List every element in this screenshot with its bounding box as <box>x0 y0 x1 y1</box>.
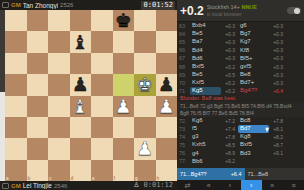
player-name-top[interactable]: Tan Zhongyi <box>23 2 58 9</box>
black-move[interactable]: Kf8 <box>238 47 269 55</box>
player-rating-bottom: 2546 <box>54 183 67 189</box>
move-number: 72 <box>179 118 190 124</box>
black-move[interactable]: Bg7 <box>238 30 269 38</box>
square-b8[interactable] <box>27 10 49 31</box>
played-move-button[interactable]: 71...Bg4?? +6.4 <box>177 168 245 180</box>
black-move[interactable]: Bg4?? <box>238 87 269 95</box>
square-d2[interactable] <box>70 138 92 159</box>
move-number: 71 <box>179 88 190 94</box>
square-b2[interactable] <box>27 138 49 159</box>
coord-file-h: h <box>157 177 160 182</box>
move-row: 74g3+7.8Kg8+8.2 <box>177 133 304 141</box>
move-row: 73f5+7.4Bd7+8.1 <box>177 125 304 133</box>
move-eval: +8.7 <box>269 142 286 148</box>
square-h2[interactable] <box>156 138 178 159</box>
white-bishop[interactable]: ♝ <box>72 96 89 115</box>
played-move-label: 71...Bg4?? <box>180 171 207 177</box>
move-row: 63Bxb4+0.3g6+0.3 <box>177 22 304 30</box>
nnue-badge: NNUE <box>241 4 257 10</box>
white-pawn-icon: ♙ <box>133 182 139 189</box>
square-g6[interactable] <box>134 53 156 74</box>
played-move-eval: +6.4 <box>231 171 242 177</box>
move-row: 72Kg6+7.2Bc8+7.8 <box>177 117 304 125</box>
best-move-label: 71...Be8 <box>248 171 269 177</box>
move-eval: +0.3 <box>221 47 238 53</box>
move-number: 73 <box>179 126 190 132</box>
square-a3[interactable] <box>5 117 27 138</box>
square-h5[interactable]: ♟ <box>156 74 178 95</box>
black-bishop[interactable]: ♝ <box>72 32 89 51</box>
move-number: 63 <box>179 23 190 29</box>
square-a6[interactable] <box>5 53 27 74</box>
move-eval: +0.3 <box>221 23 238 29</box>
square-g4[interactable] <box>134 96 156 117</box>
tv-icon <box>2 2 9 8</box>
analysis-panel: +0.2 Stockfish 14+ NNUE in local browser… <box>177 0 304 190</box>
move-eval: +0.3 <box>221 31 238 37</box>
square-d3[interactable] <box>70 117 92 138</box>
square-d4[interactable]: ♝ <box>70 96 92 117</box>
square-a4[interactable] <box>5 96 27 117</box>
square-e3[interactable] <box>91 117 113 138</box>
white-move[interactable]: Kxh5 <box>190 141 221 149</box>
move-eval: +0.2 <box>221 88 238 94</box>
square-c5[interactable] <box>48 74 70 95</box>
move-row: 76g4+8.9Bd3+9.1 <box>177 149 304 157</box>
move-eval: +7.4 <box>221 126 238 132</box>
black-king[interactable]: ♚ <box>115 11 132 30</box>
move-number: 70 <box>179 80 190 86</box>
square-c8[interactable] <box>48 10 70 31</box>
square-d6[interactable] <box>70 53 92 74</box>
square-b1[interactable]: b <box>27 160 49 181</box>
tv-icon <box>2 183 9 189</box>
player-rating-top: 2526 <box>60 2 73 8</box>
move-number: 64 <box>179 31 190 37</box>
black-move[interactable]: Bc8 <box>238 117 269 125</box>
square-c4[interactable] <box>48 96 70 117</box>
coord-file-e: e <box>92 177 95 182</box>
move-row: 77Bb6+9.2 <box>177 157 304 165</box>
coord-file-c: c <box>49 177 52 182</box>
square-h7[interactable] <box>156 31 178 52</box>
coord-file-g: g <box>135 177 138 182</box>
move-eval: +0.3 <box>221 55 238 61</box>
move-row: 66Bd4+0.3Kf8+0.3 <box>177 46 304 54</box>
move-eval: +0.3 <box>269 80 286 86</box>
move-row: 64Be5+0.3Bg7+0.3 <box>177 30 304 38</box>
square-b3[interactable] <box>27 117 49 138</box>
white-move[interactable]: g3 <box>190 133 221 141</box>
move-eval: +0.3 <box>269 23 286 29</box>
move-eval: +8.9 <box>221 150 238 156</box>
white-pawn[interactable]: ♟ <box>158 96 175 115</box>
square-e7[interactable] <box>91 31 113 52</box>
coord-file-f: f <box>114 177 116 182</box>
square-d8[interactable] <box>70 10 92 31</box>
engine-subtitle: in local browser <box>207 11 284 17</box>
player-bar-top: GM Tan Zhongyi 2526 0:01:52 <box>0 0 177 10</box>
move-eval: +0.2 <box>221 64 238 70</box>
engine-toggle[interactable] <box>287 7 301 14</box>
engine-eval: +0.2 <box>180 4 204 18</box>
board-column: GM Tan Zhongyi 2526 0:01:52 ♚♝♟♚♟♝♟♟♟abc… <box>0 0 177 190</box>
square-b7[interactable] <box>27 31 49 52</box>
prev-icon[interactable]: ‹ <box>219 180 240 190</box>
chess-board[interactable]: ♚♝♟♚♟♝♟♟♟abcdefgh <box>5 10 177 181</box>
square-g3[interactable] <box>134 117 156 138</box>
move-number: 76 <box>179 150 190 156</box>
black-pawn[interactable]: ♟ <box>72 75 89 94</box>
chess-analysis-app: GM Tan Zhongyi 2526 0:01:52 ♚♝♟♚♟♝♟♟♟abc… <box>0 0 304 190</box>
white-move[interactable]: Be5 <box>190 30 221 38</box>
white-move[interactable]: Bxf5 <box>190 63 221 71</box>
white-move[interactable]: f5 <box>190 125 221 133</box>
square-f1[interactable]: f <box>113 160 135 181</box>
black-move[interactable]: gxf5 <box>238 63 269 71</box>
black-move[interactable]: Kg7 <box>238 38 269 46</box>
square-h4[interactable]: ♟ <box>156 96 178 117</box>
coord-file-a: a <box>6 177 9 182</box>
square-f3[interactable] <box>113 117 135 138</box>
coord-file-b: b <box>28 177 31 182</box>
white-pawn[interactable]: ♟ <box>136 139 153 158</box>
move-row: 70Kxf5+0.2Bd7++0.3 <box>177 79 304 87</box>
square-a2[interactable] <box>5 138 27 159</box>
move-eval: +0.3 <box>269 72 286 78</box>
square-e6[interactable] <box>91 53 113 74</box>
toggle-knob <box>294 8 300 14</box>
next-icon[interactable]: › <box>241 180 262 190</box>
black-pawn[interactable]: ♟ <box>158 75 175 94</box>
move-number: 75 <box>179 142 190 148</box>
white-move[interactable]: Bd6 <box>190 55 221 63</box>
move-number: 68 <box>179 64 190 70</box>
playback-controls: ⇄«‹›»≡ <box>177 180 304 190</box>
clock-top: 0:01:52 <box>141 1 175 10</box>
engine-header: +0.2 Stockfish 14+ NNUE in local browser <box>177 0 304 22</box>
white-move[interactable]: Kxf5 <box>190 79 221 87</box>
move-eval: +9.1 <box>269 150 286 156</box>
black-move[interactable]: Bxf5 <box>238 141 269 149</box>
black-move[interactable]: Bd3 <box>238 150 269 158</box>
square-a8[interactable] <box>5 10 27 31</box>
square-e2[interactable] <box>91 138 113 159</box>
move-row: 75Kxh5+8.5Bxf5+8.7 <box>177 141 304 149</box>
square-d5[interactable]: ♟ <box>70 74 92 95</box>
move-eval: +0.3 <box>269 64 286 70</box>
move-eval: +0.3 <box>221 39 238 45</box>
board-row: ♚♝♟♚♟♝♟♟♟abcdefgh <box>0 10 177 181</box>
square-g8[interactable] <box>134 10 156 31</box>
best-move-button[interactable]: 71...Be8 <box>245 168 304 180</box>
square-g2[interactable]: ♟ <box>134 138 156 159</box>
white-move[interactable]: g4 <box>190 150 221 158</box>
last-icon[interactable]: » <box>262 180 283 190</box>
move-number: 69 <box>179 72 190 78</box>
move-eval: +0.3 <box>269 31 286 37</box>
square-a1[interactable]: a <box>5 160 27 181</box>
square-f5[interactable] <box>113 74 135 95</box>
square-c6[interactable] <box>48 53 70 74</box>
black-move[interactable]: Bf5+ <box>238 55 269 63</box>
square-c2[interactable] <box>48 138 70 159</box>
flip-icon[interactable]: ⇄ <box>177 180 198 190</box>
square-g5[interactable]: ♚ <box>134 74 156 95</box>
square-h1[interactable]: h <box>156 160 178 181</box>
square-f8[interactable]: ♚ <box>113 10 135 31</box>
white-move[interactable]: Ba7 <box>190 38 221 46</box>
square-h6[interactable] <box>156 53 178 74</box>
white-move[interactable]: Bd4 <box>190 47 221 55</box>
player-name-bottom[interactable]: Lei Tingjie <box>23 182 52 189</box>
move-number: 67 <box>179 55 190 61</box>
move-eval: +9.2 <box>221 158 238 164</box>
clock-bottom: 0:01:12 <box>141 181 175 190</box>
engine-name: Stockfish 14+ NNUE <box>207 4 284 11</box>
player-bar-bottom: GM Lei Tingjie 2546 ♙ 0:01:12 <box>0 181 177 190</box>
square-c3[interactable] <box>48 117 70 138</box>
move-eval: +8.1 <box>269 126 286 132</box>
coord-file-d: d <box>71 177 74 182</box>
square-c7[interactable] <box>48 31 70 52</box>
white-pawn[interactable]: ♟ <box>115 96 132 115</box>
player-title-top: GM <box>11 2 21 8</box>
black-move[interactable]: g6 <box>238 22 269 30</box>
square-e1[interactable]: e <box>91 160 113 181</box>
variation-bar: 71...Bg4?? +6.4 71...Be8 <box>177 168 304 180</box>
white-move[interactable]: Kg6 <box>190 117 221 125</box>
move-eval: +7.8 <box>221 134 238 140</box>
black-move[interactable]: Bd7+ <box>238 79 269 87</box>
move-eval: +6.4 <box>269 88 286 94</box>
move-row: 68Bxf5+0.2gxf5+0.3 <box>177 62 304 70</box>
square-e5[interactable] <box>91 74 113 95</box>
square-g7[interactable] <box>134 31 156 52</box>
move-eval: +0.3 <box>269 55 286 61</box>
first-icon[interactable]: « <box>198 180 219 190</box>
move-list[interactable]: 63Bxb4+0.3g6+0.364Be5+0.3Bg7+0.365Ba7+0.… <box>177 22 304 168</box>
engine-meta: Stockfish 14+ NNUE in local browser <box>207 4 284 17</box>
square-d1[interactable]: d <box>70 160 92 181</box>
square-h3[interactable] <box>156 117 178 138</box>
move-eval: +8.5 <box>221 142 238 148</box>
white-move[interactable]: Kg5 <box>190 87 221 95</box>
square-c1[interactable]: c <box>48 160 70 181</box>
square-b5[interactable] <box>27 74 49 95</box>
square-f7[interactable] <box>113 31 135 52</box>
square-e8[interactable] <box>91 10 113 31</box>
square-h8[interactable] <box>156 10 178 31</box>
menu-icon[interactable]: ≡ <box>283 180 304 190</box>
move-row: 71Kg5+0.2Bg4??+6.4 <box>177 87 304 95</box>
move-eval: +7.2 <box>221 118 238 124</box>
move-row: 65Ba7+0.3Kg7+0.3 <box>177 38 304 46</box>
blunder-annotation: Blunder. Be8 was best. <box>177 95 304 102</box>
move-row: 67Bd6+0.3Bf5++0.3 <box>177 54 304 62</box>
player-title-bottom: GM <box>11 183 21 189</box>
square-e4[interactable] <box>91 96 113 117</box>
square-f6[interactable] <box>113 53 135 74</box>
engine-variation[interactable]: 71...Be8 72.g3 Bg8 73.Be5 Bf5 74.Bf6 d4 … <box>177 102 304 117</box>
move-eval: +0.2 <box>221 80 238 86</box>
black-move[interactable]: Be8 <box>238 71 269 79</box>
move-eval: +0.3 <box>269 47 286 53</box>
move-number: 65 <box>179 39 190 45</box>
square-b4[interactable] <box>27 96 49 117</box>
square-a5[interactable] <box>5 74 27 95</box>
move-eval: +7.8 <box>269 118 286 124</box>
move-row: 69Be5+0.5Be8+0.3 <box>177 71 304 79</box>
white-move[interactable]: Be5 <box>190 71 221 79</box>
square-b6[interactable] <box>27 53 49 74</box>
square-f2[interactable] <box>113 138 135 159</box>
square-g1[interactable]: g <box>134 160 156 181</box>
move-number: 77 <box>179 158 190 164</box>
move-number: 74 <box>179 134 190 140</box>
move-eval: +0.5 <box>221 72 238 78</box>
black-move[interactable]: Bd7 <box>238 125 269 133</box>
white-move[interactable]: Bxb4 <box>190 22 221 30</box>
white-king[interactable]: ♚ <box>136 75 153 94</box>
square-d7[interactable]: ♝ <box>70 31 92 52</box>
move-eval: +8.2 <box>269 134 286 140</box>
square-f4[interactable]: ♟ <box>113 96 135 117</box>
white-move[interactable]: Bb6 <box>190 158 221 166</box>
move-eval: +0.3 <box>269 39 286 45</box>
square-a7[interactable] <box>5 31 27 52</box>
move-number: 66 <box>179 47 190 53</box>
black-move[interactable]: Kg8 <box>238 133 269 141</box>
